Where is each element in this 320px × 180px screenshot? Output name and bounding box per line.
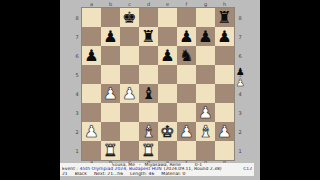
square-b2[interactable] <box>101 122 120 141</box>
square-a5[interactable] <box>82 65 101 84</box>
square-d2[interactable]: ♝ <box>139 122 158 141</box>
rank-label-1: 1 <box>74 141 80 160</box>
material-balance: Material: 0 <box>161 172 185 176</box>
square-g8[interactable] <box>196 8 215 27</box>
piece-white-rook-d1: ♜ <box>141 141 155 160</box>
rank-label-7: 7 <box>237 27 243 46</box>
square-b8[interactable] <box>101 8 120 27</box>
piece-white-bishop-g2: ♝ <box>198 122 212 141</box>
square-f2[interactable]: ♟ <box>177 122 196 141</box>
square-d1[interactable]: ♜ <box>139 141 158 160</box>
square-e5[interactable] <box>158 65 177 84</box>
screen: abcdefgh abcdefgh 87654321 87654321 ♚♜♟♜… <box>0 0 320 180</box>
square-e4[interactable] <box>158 84 177 103</box>
margin-white-pawn-icon: ♟ <box>236 77 245 88</box>
square-a6[interactable]: ♟ <box>82 46 101 65</box>
square-b6[interactable] <box>101 46 120 65</box>
rank-label-3: 3 <box>237 103 243 122</box>
square-h2[interactable]: ♟ <box>215 122 234 141</box>
square-c1[interactable] <box>120 141 139 160</box>
rank-label-2: 2 <box>74 122 80 141</box>
piece-white-pawn-c4: ♟ <box>122 84 136 103</box>
square-e1[interactable] <box>158 141 177 160</box>
square-c8[interactable]: ♚ <box>120 8 139 27</box>
file-label-c: c <box>120 1 139 7</box>
piece-black-rook-h8: ♜ <box>217 8 231 27</box>
piece-white-rook-b1: ♜ <box>103 141 117 160</box>
square-d6[interactable] <box>139 46 158 65</box>
rank-label-6: 6 <box>237 46 243 65</box>
piece-black-bishop-d4: ♝ <box>141 84 155 103</box>
square-a1[interactable] <box>82 141 101 160</box>
file-label-h: h <box>215 1 234 7</box>
square-e6[interactable]: ♟ <box>158 46 177 65</box>
square-b5[interactable] <box>101 65 120 84</box>
chess-gui-panel: abcdefgh abcdefgh 87654321 87654321 ♚♜♟♜… <box>60 0 260 180</box>
square-e3[interactable] <box>158 103 177 122</box>
square-h1[interactable] <box>215 141 234 160</box>
rank-label-1: 1 <box>237 141 243 160</box>
square-f3[interactable] <box>177 103 196 122</box>
piece-black-pawn-b7: ♟ <box>103 27 117 46</box>
square-b1[interactable]: ♜ <box>101 141 120 160</box>
file-label-f: f <box>177 1 196 7</box>
rank-label-8: 8 <box>237 8 243 27</box>
piece-black-knight-f6: ♞ <box>179 46 193 65</box>
square-g2[interactable]: ♝ <box>196 122 215 141</box>
piece-black-pawn-e6: ♟ <box>160 46 174 65</box>
square-h7[interactable]: ♟ <box>215 27 234 46</box>
square-b7[interactable]: ♟ <box>101 27 120 46</box>
square-f4[interactable] <box>177 84 196 103</box>
eco-code-link[interactable]: C12 <box>243 167 252 171</box>
file-label-d: d <box>139 1 158 7</box>
square-c3[interactable] <box>120 103 139 122</box>
margin-black-pawn-icon: ♟ <box>236 66 245 77</box>
piece-white-pawn-a2: ♟ <box>84 122 98 141</box>
square-c5[interactable] <box>120 65 139 84</box>
piece-black-king-c8: ♚ <box>122 8 136 27</box>
rank-label-3: 3 <box>74 103 80 122</box>
square-d3[interactable] <box>139 103 158 122</box>
square-g7[interactable]: ♟ <box>196 27 215 46</box>
rank-label-7: 7 <box>74 27 80 46</box>
piece-black-pawn-g7: ♟ <box>198 27 212 46</box>
square-b3[interactable] <box>101 103 120 122</box>
piece-black-pawn-f7: ♟ <box>179 27 193 46</box>
rank-label-8: 8 <box>74 8 80 27</box>
rank-label-6: 6 <box>74 46 80 65</box>
file-label-e: e <box>158 1 177 7</box>
square-c4[interactable]: ♟ <box>120 84 139 103</box>
piece-white-pawn-b4: ♟ <box>103 84 117 103</box>
piece-white-pawn-g3: ♟ <box>198 103 212 122</box>
square-a7[interactable] <box>82 27 101 46</box>
square-e7[interactable] <box>158 27 177 46</box>
piece-black-pawn-h7: ♟ <box>217 27 231 46</box>
square-a8[interactable] <box>82 8 101 27</box>
piece-white-pawn-h2: ♟ <box>217 122 231 141</box>
square-g5[interactable] <box>196 65 215 84</box>
side-to-move: Black <box>75 172 87 176</box>
square-f7[interactable]: ♟ <box>177 27 196 46</box>
square-h4[interactable] <box>215 84 234 103</box>
square-f1[interactable] <box>177 141 196 160</box>
square-g6[interactable] <box>196 46 215 65</box>
chess-board[interactable]: ♚♜♟♜♟♟♟♟♟♞♟♟♝♟♟♝♚♟♝♟♜♜ <box>82 8 234 160</box>
rank-labels-left: 87654321 <box>74 8 80 160</box>
square-d4[interactable]: ♝ <box>139 84 158 103</box>
square-f6[interactable]: ♞ <box>177 46 196 65</box>
piece-white-king-e2: ♚ <box>160 122 174 141</box>
square-b4[interactable]: ♟ <box>101 84 120 103</box>
square-c7[interactable] <box>120 27 139 46</box>
piece-black-pawn-a6: ♟ <box>84 46 98 65</box>
square-h6[interactable] <box>215 46 234 65</box>
move-number: 21 <box>62 172 68 176</box>
rank-label-4: 4 <box>74 84 80 103</box>
square-e2[interactable]: ♚ <box>158 122 177 141</box>
square-c2[interactable] <box>120 122 139 141</box>
square-c6[interactable] <box>120 46 139 65</box>
game-length: Length: 46 <box>130 172 154 176</box>
square-d5[interactable] <box>139 65 158 84</box>
side-to-move-tray: ♟♟ <box>236 66 245 88</box>
square-e8[interactable] <box>158 8 177 27</box>
square-f5[interactable] <box>177 65 196 84</box>
square-a3[interactable] <box>82 103 101 122</box>
piece-white-bishop-d2: ♝ <box>141 122 155 141</box>
square-f8[interactable] <box>177 8 196 27</box>
move-info-row: 21 Black Next: 21...h6 Length: 46 Materi… <box>60 172 254 176</box>
square-d8[interactable] <box>139 8 158 27</box>
piece-black-rook-d7: ♜ <box>141 27 155 46</box>
square-g1[interactable] <box>196 141 215 160</box>
rank-label-5: 5 <box>74 65 80 84</box>
file-label-g: g <box>196 1 215 7</box>
file-label-a: a <box>82 1 101 7</box>
file-labels-top: abcdefgh <box>82 1 234 7</box>
status-bar: Sousa, Me - Miyasawa, Rene 0-1 Event : 4… <box>60 163 254 176</box>
square-a4[interactable] <box>82 84 101 103</box>
square-h5[interactable] <box>215 65 234 84</box>
next-move: Next: 21...h6 <box>94 172 123 176</box>
piece-white-pawn-f2: ♟ <box>179 122 193 141</box>
square-d7[interactable]: ♜ <box>139 27 158 46</box>
square-h3[interactable] <box>215 103 234 122</box>
square-h8[interactable]: ♜ <box>215 8 234 27</box>
square-g3[interactable]: ♟ <box>196 103 215 122</box>
rank-label-2: 2 <box>237 122 243 141</box>
square-g4[interactable] <box>196 84 215 103</box>
square-a2[interactable]: ♟ <box>82 122 101 141</box>
file-label-b: b <box>101 1 120 7</box>
